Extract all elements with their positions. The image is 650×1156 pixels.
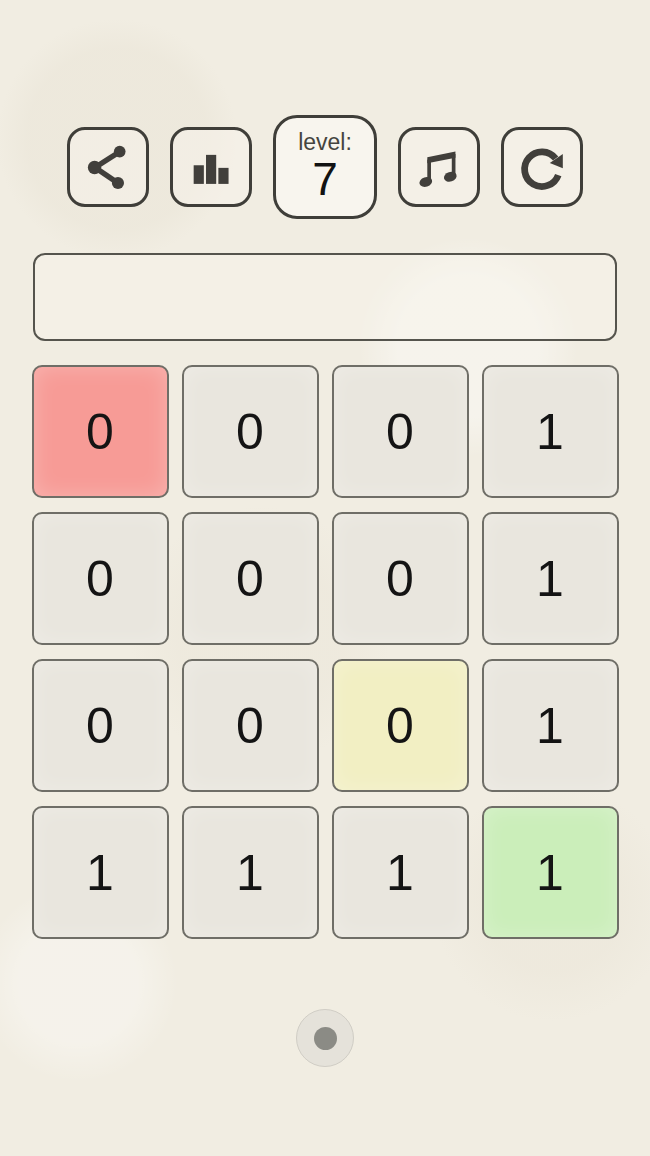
level-label: level: [298,130,352,154]
restart-icon [516,141,568,193]
toolbar: level: 7 [0,115,650,219]
share-icon [82,141,134,193]
grid-cell-r4c3[interactable]: 1 [332,806,469,939]
grid-cell-r4c4[interactable]: 1 [482,806,619,939]
grid-cell-r1c3[interactable]: 0 [332,365,469,498]
grid-cell-r3c3[interactable]: 0 [332,659,469,792]
restart-button[interactable] [501,127,583,207]
music-button[interactable] [398,127,480,207]
grid-cell-r3c1[interactable]: 0 [32,659,169,792]
message-box [33,253,617,341]
game-grid: 0 0 0 1 0 0 0 1 0 0 0 1 1 1 1 1 [32,365,619,939]
stats-button[interactable] [170,127,252,207]
grid-cell-r2c2[interactable]: 0 [182,512,319,645]
grid-cell-r1c4[interactable]: 1 [482,365,619,498]
grid-cell-r1c2[interactable]: 0 [182,365,319,498]
dot-button-icon [314,1027,337,1050]
grid-cell-r2c4[interactable]: 1 [482,512,619,645]
level-value: 7 [312,155,338,203]
bar-chart-icon [185,141,237,193]
grid-cell-r3c4[interactable]: 1 [482,659,619,792]
grid-cell-r1c1[interactable]: 0 [32,365,169,498]
grid-cell-r2c1[interactable]: 0 [32,512,169,645]
level-indicator: level: 7 [273,115,377,219]
share-button[interactable] [67,127,149,207]
dot-button[interactable] [296,1009,354,1067]
grid-cell-r4c1[interactable]: 1 [32,806,169,939]
grid-cell-r3c2[interactable]: 0 [182,659,319,792]
grid-cell-r4c2[interactable]: 1 [182,806,319,939]
grid-cell-r2c3[interactable]: 0 [332,512,469,645]
music-note-icon [413,141,465,193]
footer [0,1009,650,1067]
